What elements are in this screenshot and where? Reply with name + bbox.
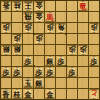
shogi-piece-銀-sente[interactable]: 銀 — [45, 56, 55, 66]
board-square-2f[interactable] — [78, 56, 89, 67]
piece-kanji: 桂 — [13, 90, 20, 99]
board-square-8h[interactable] — [12, 78, 23, 89]
piece-kanji: 歩 — [46, 23, 53, 32]
board-square-4d[interactable] — [56, 34, 67, 45]
shogi-piece-歩-gote[interactable]: 歩 — [34, 34, 44, 44]
board-square-7i[interactable]: 金 — [23, 89, 34, 99]
piece-kanji: 香 — [2, 90, 9, 99]
board-square-3g[interactable]: 歩 — [67, 67, 78, 78]
board-square-2i[interactable] — [78, 89, 89, 99]
board-square-5d[interactable] — [45, 34, 56, 45]
board-square-6e[interactable] — [34, 45, 45, 56]
piece-kanji: 金 — [35, 1, 42, 10]
shogi-piece-王-gote[interactable]: 王 — [23, 1, 33, 11]
board-square-5c[interactable]: 歩 — [45, 23, 56, 34]
board-square-1b[interactable] — [89, 12, 99, 23]
board-square-7e[interactable] — [23, 45, 34, 56]
board-square-8e[interactable]: 銀 — [12, 45, 23, 56]
board-square-9g[interactable]: 歩 — [1, 67, 12, 78]
shogi-piece-歩-gote[interactable]: 歩 — [23, 23, 33, 33]
board-square-1e[interactable] — [89, 45, 99, 56]
piece-kanji: 歩 — [24, 57, 31, 66]
board-square-2b[interactable] — [78, 12, 89, 23]
shogi-piece-香-gote[interactable]: 香 — [1, 1, 11, 11]
piece-kanji: 金 — [35, 12, 42, 21]
piece-kanji: 銀 — [46, 57, 53, 66]
piece-kanji: 桂 — [13, 1, 20, 10]
board-square-6f[interactable] — [34, 56, 45, 67]
board-square-7a[interactable]: 王 — [23, 1, 34, 12]
shogi-piece-歩-gote[interactable]: 歩 — [12, 34, 22, 44]
shogi-piece-歩-gote[interactable]: 歩 — [1, 23, 11, 33]
board-square-4e[interactable] — [56, 45, 67, 56]
star-point-2 — [65, 33, 67, 35]
board-square-8f[interactable] — [12, 56, 23, 67]
board-square-1c[interactable]: 歩 — [89, 23, 99, 34]
shogi-piece-桂-sente[interactable]: 桂 — [12, 89, 22, 99]
piece-kanji: 歩 — [2, 68, 9, 77]
piece-kanji: 金 — [46, 90, 53, 99]
shogi-piece-歩-gote[interactable]: 歩 — [89, 23, 99, 33]
board-square-8c[interactable] — [12, 23, 23, 34]
board-square-9c[interactable]: 歩 — [1, 23, 12, 34]
board-square-9e[interactable]: 銀 — [1, 45, 12, 56]
shogi-piece-歩-gote[interactable]: 歩 — [45, 23, 55, 33]
board-square-1a[interactable] — [89, 1, 99, 12]
board-square-8g[interactable]: 歩 — [12, 67, 23, 78]
board-square-2g[interactable] — [78, 67, 89, 78]
board-square-3i[interactable] — [67, 89, 78, 99]
board-square-8a[interactable]: 桂 — [12, 1, 23, 12]
shogi-piece-歩-sente[interactable]: 歩 — [1, 67, 11, 77]
piece-kanji: 銀 — [35, 79, 42, 88]
piece-kanji: 歩 — [90, 23, 97, 32]
board-square-7g[interactable] — [23, 67, 34, 78]
board-square-6i[interactable] — [34, 89, 45, 99]
board-square-4a[interactable] — [56, 1, 67, 12]
board-square-6g[interactable]: 歩 — [34, 67, 45, 78]
star-point-1 — [33, 33, 35, 35]
board-square-7b[interactable]: 飛 — [23, 12, 34, 23]
shogi-piece-玉-sente[interactable]: 玉 — [23, 78, 33, 88]
piece-kanji: 角 — [57, 23, 64, 32]
shogi-board: 香桂王金竜飛金馬歩歩歩角歩歩歩銀銀歩歩歩銀歩歩歩歩歩歩歩玉銀香桂金金と — [0, 0, 100, 100]
board-square-2a[interactable]: 竜 — [78, 1, 89, 12]
board-square-9h[interactable] — [1, 78, 12, 89]
shogi-piece-銀-sente[interactable]: 銀 — [34, 78, 44, 88]
board-square-6b[interactable]: 金 — [34, 12, 45, 23]
piece-kanji: 玉 — [24, 79, 31, 88]
board-square-9i[interactable]: 香 — [1, 89, 12, 99]
shogi-piece-金-gote[interactable]: 金 — [34, 1, 44, 11]
board-square-3b[interactable] — [67, 12, 78, 23]
piece-kanji: 馬 — [46, 13, 53, 22]
shogi-piece-歩-sente[interactable]: 歩 — [12, 67, 22, 77]
board-square-7h[interactable]: 玉 — [23, 78, 34, 89]
board-square-3d[interactable] — [67, 34, 78, 45]
board-square-5f[interactable]: 銀 — [45, 56, 56, 67]
board-square-5b[interactable]: 馬 — [45, 12, 56, 23]
board-square-3c[interactable] — [67, 23, 78, 34]
star-point-4 — [65, 65, 67, 67]
board-square-1f[interactable]: 歩 — [89, 56, 99, 67]
board-square-9a[interactable]: 香 — [1, 1, 12, 12]
board-square-9d[interactable] — [1, 34, 12, 45]
shogi-piece-金-gote[interactable]: 金 — [34, 12, 44, 22]
piece-kanji: 歩 — [68, 68, 75, 77]
piece-kanji: 歩 — [79, 45, 86, 54]
piece-kanji: と — [90, 89, 98, 98]
shogi-piece-桂-gote[interactable]: 桂 — [12, 1, 22, 11]
board-square-5h[interactable] — [45, 78, 56, 89]
shogi-piece-歩-sente[interactable]: 歩 — [23, 56, 33, 66]
board-square-2d[interactable] — [78, 34, 89, 45]
board-square-7d[interactable] — [23, 34, 34, 45]
piece-kanji: 歩 — [46, 68, 53, 77]
board-square-3h[interactable] — [67, 78, 78, 89]
shogi-piece-と-gote[interactable]: と — [89, 89, 99, 99]
piece-kanji: 歩 — [13, 68, 20, 77]
shogi-piece-金-sente[interactable]: 金 — [45, 89, 55, 99]
board-square-5e[interactable] — [45, 45, 56, 56]
board-square-4i[interactable] — [56, 89, 67, 99]
piece-kanji: 竜 — [79, 2, 86, 11]
board-square-8b[interactable] — [12, 12, 23, 23]
piece-kanji: 金 — [24, 90, 31, 99]
piece-kanji: 歩 — [35, 34, 42, 43]
board-square-1g[interactable] — [89, 67, 99, 78]
board-square-3e[interactable]: 歩 — [67, 45, 78, 56]
board-square-9f[interactable] — [1, 56, 12, 67]
shogi-piece-歩-gote[interactable]: 歩 — [67, 45, 77, 55]
board-square-6h[interactable]: 銀 — [34, 78, 45, 89]
piece-kanji: 王 — [24, 1, 31, 10]
shogi-piece-歩-gote[interactable]: 歩 — [78, 45, 88, 55]
shogi-piece-銀-gote[interactable]: 銀 — [1, 45, 11, 55]
shogi-piece-歩-sente[interactable]: 歩 — [56, 56, 66, 66]
star-point-3 — [33, 65, 35, 67]
piece-kanji: 歩 — [24, 23, 31, 32]
board-square-8d[interactable]: 歩 — [12, 34, 23, 45]
shogi-piece-歩-sente[interactable]: 歩 — [89, 56, 99, 66]
board-square-4b[interactable] — [56, 12, 67, 23]
piece-kanji: 歩 — [2, 23, 9, 32]
shogi-piece-角-gote[interactable]: 角 — [56, 23, 66, 33]
board-square-8i[interactable]: 桂 — [12, 89, 23, 99]
board-square-6a[interactable]: 金 — [34, 1, 45, 12]
board-square-4h[interactable] — [56, 78, 67, 89]
board-square-1i[interactable]: と — [89, 89, 99, 99]
piece-kanji: 歩 — [13, 34, 20, 43]
shogi-piece-金-sente[interactable]: 金 — [23, 89, 33, 99]
shogi-piece-飛-gote[interactable]: 飛 — [23, 12, 33, 22]
board-square-2e[interactable]: 歩 — [78, 45, 89, 56]
board-square-3f[interactable] — [67, 56, 78, 67]
piece-kanji: 歩 — [57, 57, 64, 66]
shogi-piece-歩-sente[interactable]: 歩 — [67, 67, 77, 77]
board-square-6d[interactable]: 歩 — [34, 34, 45, 45]
piece-kanji: 歩 — [35, 68, 42, 77]
piece-kanji: 飛 — [24, 12, 31, 21]
board-square-5g[interactable]: 歩 — [45, 67, 56, 78]
shogi-piece-香-sente[interactable]: 香 — [1, 89, 11, 99]
shogi-piece-銀-gote[interactable]: 銀 — [12, 45, 22, 55]
board-square-6c[interactable] — [34, 23, 45, 34]
piece-kanji: 香 — [2, 1, 9, 10]
shogi-piece-馬-sente[interactable]: 馬 — [45, 12, 55, 22]
shogi-piece-歩-sente[interactable]: 歩 — [34, 67, 44, 77]
piece-kanji: 歩 — [68, 45, 75, 54]
board-square-5i[interactable]: 金 — [45, 89, 56, 99]
piece-kanji: 銀 — [13, 45, 20, 54]
board-square-1h[interactable] — [89, 78, 99, 89]
board-square-3a[interactable] — [67, 1, 78, 12]
board-square-4g[interactable] — [56, 67, 67, 78]
board-square-2h[interactable] — [78, 78, 89, 89]
piece-kanji: 銀 — [2, 45, 9, 54]
piece-kanji: 歩 — [90, 57, 97, 66]
board-square-2c[interactable] — [78, 23, 89, 34]
shogi-piece-竜-sente[interactable]: 竜 — [78, 1, 88, 11]
board-square-5a[interactable] — [45, 1, 56, 12]
board-square-1d[interactable] — [89, 34, 99, 45]
board-square-9b[interactable] — [1, 12, 12, 23]
shogi-piece-歩-sente[interactable]: 歩 — [45, 67, 55, 77]
